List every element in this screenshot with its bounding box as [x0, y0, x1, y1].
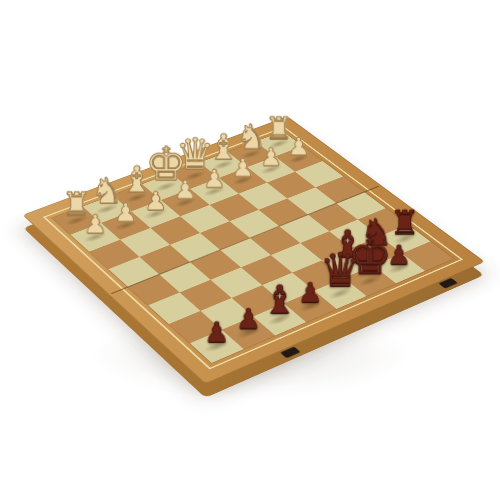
pawn-glyph: ♟	[232, 155, 254, 180]
pawn-glyph: ♟	[84, 211, 107, 237]
rook-glyph: ♜	[390, 206, 420, 239]
photo-scene: ♜♞♝♚♛♝♞♜♟♟♟♟♟♟♟♟♝♞♜♟♟♝♟♛♚♟	[0, 0, 500, 500]
pawn-glyph: ♟	[288, 134, 310, 159]
pawn-glyph: ♟	[114, 200, 137, 226]
product-photo-chess-set: Overhead product photo of a folding wood…	[0, 0, 500, 500]
pawn-glyph: ♟	[236, 305, 261, 333]
pawn-glyph: ♟	[174, 177, 197, 202]
bishop-glyph: ♝	[262, 280, 297, 319]
chess-board-3d: ♜♞♝♚♛♝♞♜♟♟♟♟♟♟♟♟♝♞♜♟♟♝♟♛♚♟	[22, 116, 485, 384]
pawn-glyph: ♟	[204, 318, 229, 346]
pawn-glyph: ♟	[203, 166, 226, 191]
pawn-glyph: ♟	[260, 145, 282, 170]
queen-glyph: ♛	[319, 247, 361, 294]
pawn-glyph: ♟	[144, 188, 167, 214]
pawn-glyph: ♟	[298, 279, 322, 306]
